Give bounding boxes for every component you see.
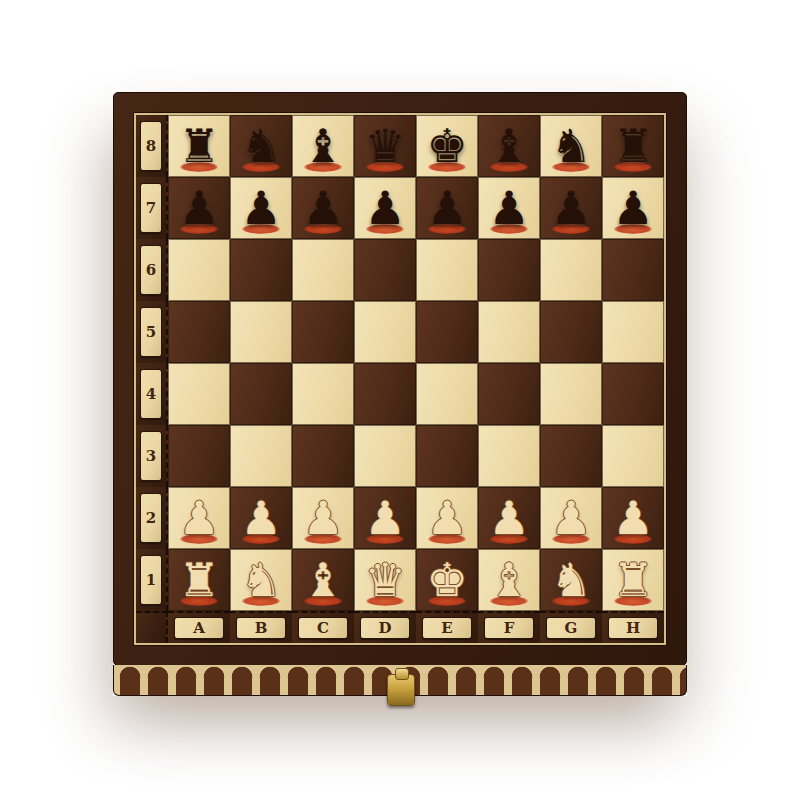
piece-black-rook[interactable]: ♜ — [168, 115, 230, 177]
square-d5[interactable] — [354, 301, 416, 363]
file-label-h: H — [602, 611, 664, 643]
rank-plaque: 4 — [140, 369, 162, 419]
square-e4[interactable] — [416, 363, 478, 425]
file-label-d: D — [354, 611, 416, 643]
square-g3[interactable] — [540, 425, 602, 487]
square-a4[interactable] — [168, 363, 230, 425]
piece-white-queen[interactable]: ♛ — [354, 549, 416, 611]
piece-white-pawn[interactable]: ♟ — [478, 487, 540, 549]
piece-white-pawn[interactable]: ♟ — [168, 487, 230, 549]
square-e8[interactable]: ♚ — [416, 115, 478, 177]
square-c8[interactable]: ♝ — [292, 115, 354, 177]
piece-black-pawn[interactable]: ♟ — [292, 177, 354, 239]
piece-white-rook[interactable]: ♜ — [168, 549, 230, 611]
board-edge-carving — [113, 665, 687, 696]
square-e2[interactable]: ♟ — [416, 487, 478, 549]
piece-black-rook[interactable]: ♜ — [602, 115, 664, 177]
rank-plaque: 8 — [140, 121, 162, 171]
square-b2[interactable]: ♟ — [230, 487, 292, 549]
square-h4[interactable] — [602, 363, 664, 425]
square-h5[interactable] — [602, 301, 664, 363]
square-c7[interactable]: ♟ — [292, 177, 354, 239]
square-d7[interactable]: ♟ — [354, 177, 416, 239]
piece-white-pawn[interactable]: ♟ — [230, 487, 292, 549]
piece-black-pawn[interactable]: ♟ — [478, 177, 540, 239]
square-e7[interactable]: ♟ — [416, 177, 478, 239]
piece-black-pawn[interactable]: ♟ — [354, 177, 416, 239]
file-label-g: G — [540, 611, 602, 643]
rank-label-3: 3 — [136, 425, 168, 487]
square-b7[interactable]: ♟ — [230, 177, 292, 239]
file-plaque: E — [422, 617, 472, 639]
rank-label-5: 5 — [136, 301, 168, 363]
file-plaque: C — [298, 617, 348, 639]
square-f5[interactable] — [478, 301, 540, 363]
square-g2[interactable]: ♟ — [540, 487, 602, 549]
square-e5[interactable] — [416, 301, 478, 363]
square-c3[interactable] — [292, 425, 354, 487]
piece-black-pawn[interactable]: ♟ — [540, 177, 602, 239]
piece-black-knight[interactable]: ♞ — [540, 115, 602, 177]
square-b1[interactable]: ♞ — [230, 549, 292, 611]
piece-white-pawn[interactable]: ♟ — [416, 487, 478, 549]
file-plaque: G — [546, 617, 596, 639]
rank-plaque: 1 — [140, 555, 162, 605]
rank-label-4: 4 — [136, 363, 168, 425]
square-a3[interactable] — [168, 425, 230, 487]
piece-white-knight[interactable]: ♞ — [230, 549, 292, 611]
product-photo-scene: 8♜♞♝♛♚♝♞♜7♟♟♟♟♟♟♟♟65432♟♟♟♟♟♟♟♟1♜♞♝♛♚♝♞♜… — [0, 0, 800, 800]
piece-black-queen[interactable]: ♛ — [354, 115, 416, 177]
square-b6[interactable] — [230, 239, 292, 301]
square-b3[interactable] — [230, 425, 292, 487]
square-b5[interactable] — [230, 301, 292, 363]
square-d6[interactable] — [354, 239, 416, 301]
square-h1[interactable]: ♜ — [602, 549, 664, 611]
board-grid: 8♜♞♝♛♚♝♞♜7♟♟♟♟♟♟♟♟65432♟♟♟♟♟♟♟♟1♜♞♝♛♚♝♞♜… — [134, 113, 666, 645]
file-label-a: A — [168, 611, 230, 643]
frame-corner — [136, 611, 168, 643]
piece-black-bishop[interactable]: ♝ — [478, 115, 540, 177]
square-d1[interactable]: ♛ — [354, 549, 416, 611]
file-plaque: B — [236, 617, 286, 639]
brass-clasp-icon — [387, 674, 415, 706]
rank-plaque: 6 — [140, 245, 162, 295]
piece-white-bishop[interactable]: ♝ — [478, 549, 540, 611]
square-c4[interactable] — [292, 363, 354, 425]
piece-white-king[interactable]: ♚ — [416, 549, 478, 611]
square-f6[interactable] — [478, 239, 540, 301]
piece-black-knight[interactable]: ♞ — [230, 115, 292, 177]
rank-plaque: 2 — [140, 493, 162, 543]
square-g1[interactable]: ♞ — [540, 549, 602, 611]
piece-white-bishop[interactable]: ♝ — [292, 549, 354, 611]
square-g8[interactable]: ♞ — [540, 115, 602, 177]
square-g5[interactable] — [540, 301, 602, 363]
square-a7[interactable]: ♟ — [168, 177, 230, 239]
square-d3[interactable] — [354, 425, 416, 487]
rank-plaque: 3 — [140, 431, 162, 481]
file-plaque: D — [360, 617, 410, 639]
square-c2[interactable]: ♟ — [292, 487, 354, 549]
piece-black-king[interactable]: ♚ — [416, 115, 478, 177]
square-e1[interactable]: ♚ — [416, 549, 478, 611]
chess-set: 8♜♞♝♛♚♝♞♜7♟♟♟♟♟♟♟♟65432♟♟♟♟♟♟♟♟1♜♞♝♛♚♝♞♜… — [113, 92, 687, 696]
square-f7[interactable]: ♟ — [478, 177, 540, 239]
square-d4[interactable] — [354, 363, 416, 425]
rank-plaque: 7 — [140, 183, 162, 233]
file-plaque: A — [174, 617, 224, 639]
piece-white-pawn[interactable]: ♟ — [354, 487, 416, 549]
rank-plaque: 5 — [140, 307, 162, 357]
square-b8[interactable]: ♞ — [230, 115, 292, 177]
square-c1[interactable]: ♝ — [292, 549, 354, 611]
rank-label-6: 6 — [136, 239, 168, 301]
square-a2[interactable]: ♟ — [168, 487, 230, 549]
piece-black-pawn[interactable]: ♟ — [602, 177, 664, 239]
rank-label-7: 7 — [136, 177, 168, 239]
piece-white-pawn[interactable]: ♟ — [292, 487, 354, 549]
square-h2[interactable]: ♟ — [602, 487, 664, 549]
rank-label-1: 1 — [136, 549, 168, 611]
square-f4[interactable] — [478, 363, 540, 425]
rank-label-2: 2 — [136, 487, 168, 549]
square-h6[interactable] — [602, 239, 664, 301]
piece-black-pawn[interactable]: ♟ — [230, 177, 292, 239]
file-label-e: E — [416, 611, 478, 643]
square-f2[interactable]: ♟ — [478, 487, 540, 549]
piece-white-pawn[interactable]: ♟ — [540, 487, 602, 549]
square-a8[interactable]: ♜ — [168, 115, 230, 177]
piece-black-bishop[interactable]: ♝ — [292, 115, 354, 177]
square-a5[interactable] — [168, 301, 230, 363]
file-plaque: F — [484, 617, 534, 639]
square-e3[interactable] — [416, 425, 478, 487]
piece-black-pawn[interactable]: ♟ — [168, 177, 230, 239]
square-g6[interactable] — [540, 239, 602, 301]
square-h7[interactable]: ♟ — [602, 177, 664, 239]
file-label-f: F — [478, 611, 540, 643]
square-g4[interactable] — [540, 363, 602, 425]
square-e6[interactable] — [416, 239, 478, 301]
square-f3[interactable] — [478, 425, 540, 487]
square-h8[interactable]: ♜ — [602, 115, 664, 177]
file-label-b: B — [230, 611, 292, 643]
square-b4[interactable] — [230, 363, 292, 425]
piece-white-rook[interactable]: ♜ — [602, 549, 664, 611]
square-f8[interactable]: ♝ — [478, 115, 540, 177]
file-plaque: H — [608, 617, 658, 639]
square-c6[interactable] — [292, 239, 354, 301]
square-c5[interactable] — [292, 301, 354, 363]
file-label-c: C — [292, 611, 354, 643]
square-d8[interactable]: ♛ — [354, 115, 416, 177]
piece-white-knight[interactable]: ♞ — [540, 549, 602, 611]
board-frame: 8♜♞♝♛♚♝♞♜7♟♟♟♟♟♟♟♟65432♟♟♟♟♟♟♟♟1♜♞♝♛♚♝♞♜… — [113, 92, 687, 666]
rank-label-8: 8 — [136, 115, 168, 177]
square-f1[interactable]: ♝ — [478, 549, 540, 611]
square-a1[interactable]: ♜ — [168, 549, 230, 611]
piece-white-pawn[interactable]: ♟ — [602, 487, 664, 549]
square-d2[interactable]: ♟ — [354, 487, 416, 549]
square-g7[interactable]: ♟ — [540, 177, 602, 239]
square-a6[interactable] — [168, 239, 230, 301]
square-h3[interactable] — [602, 425, 664, 487]
piece-black-pawn[interactable]: ♟ — [416, 177, 478, 239]
